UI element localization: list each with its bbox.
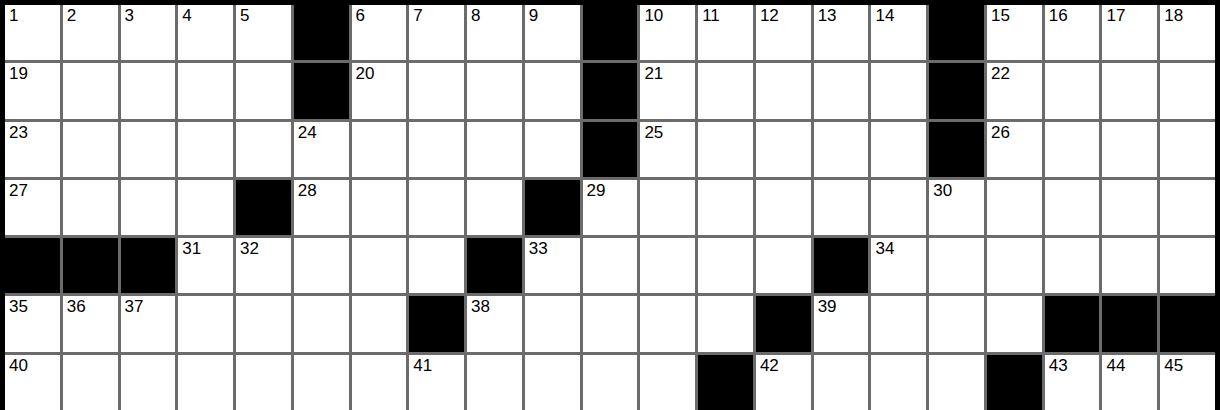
cell-r4c19[interactable] bbox=[1045, 180, 1100, 235]
clue-number-21: 21 bbox=[644, 65, 663, 84]
cell-r3c21[interactable] bbox=[1160, 122, 1215, 177]
cell-r1c7[interactable]: 6 bbox=[352, 5, 407, 60]
black-cell-r4c10 bbox=[525, 180, 580, 235]
cell-r1c9[interactable]: 8 bbox=[467, 5, 522, 60]
black-cell-r2c6 bbox=[294, 63, 349, 118]
black-cell-r6c21 bbox=[1160, 296, 1215, 351]
clue-number-8: 8 bbox=[471, 7, 480, 26]
cell-r5c12[interactable] bbox=[640, 238, 695, 293]
clue-number-30: 30 bbox=[933, 182, 952, 201]
black-cell-r3c17 bbox=[929, 122, 984, 177]
cell-r4c3[interactable] bbox=[121, 180, 176, 235]
black-cell-r6c8 bbox=[409, 296, 464, 351]
cell-r2c16[interactable] bbox=[871, 63, 926, 118]
clue-number-38: 38 bbox=[471, 298, 490, 317]
black-cell-r2c11 bbox=[583, 63, 638, 118]
cell-r2c18[interactable]: 22 bbox=[987, 63, 1042, 118]
clue-number-29: 29 bbox=[587, 182, 606, 201]
cell-r6c11[interactable] bbox=[583, 296, 638, 351]
clue-number-11: 11 bbox=[702, 7, 720, 26]
cell-r3c13[interactable] bbox=[698, 122, 753, 177]
cell-r6c2[interactable]: 36 bbox=[63, 296, 118, 351]
cell-r3c16[interactable] bbox=[871, 122, 926, 177]
cell-r3c15[interactable] bbox=[814, 122, 869, 177]
cell-r7c14[interactable]: 42 bbox=[756, 355, 811, 410]
cell-r2c4[interactable] bbox=[178, 63, 233, 118]
clue-number-13: 13 bbox=[818, 7, 837, 26]
cell-r3c9[interactable] bbox=[467, 122, 522, 177]
clue-number-26: 26 bbox=[991, 124, 1010, 143]
black-cell-r5c9 bbox=[467, 238, 522, 293]
cell-r6c18[interactable] bbox=[987, 296, 1042, 351]
cell-r5c11[interactable] bbox=[583, 238, 638, 293]
clue-number-15: 15 bbox=[991, 7, 1010, 26]
clue-number-3: 3 bbox=[125, 7, 134, 26]
cell-r1c3[interactable]: 3 bbox=[121, 5, 176, 60]
cell-r7c10[interactable] bbox=[525, 355, 580, 410]
cell-r7c17[interactable] bbox=[929, 355, 984, 410]
cell-r7c1[interactable]: 40 bbox=[5, 355, 60, 410]
cell-r7c4[interactable] bbox=[178, 355, 233, 410]
cell-r3c10[interactable] bbox=[525, 122, 580, 177]
cell-r2c10[interactable] bbox=[525, 63, 580, 118]
cell-r4c13[interactable] bbox=[698, 180, 753, 235]
cell-r5c13[interactable] bbox=[698, 238, 753, 293]
clue-number-44: 44 bbox=[1106, 357, 1125, 376]
clue-number-42: 42 bbox=[760, 357, 779, 376]
cell-r1c1[interactable]: 1 bbox=[5, 5, 60, 60]
cell-r5c18[interactable] bbox=[987, 238, 1042, 293]
cell-r1c20[interactable]: 17 bbox=[1102, 5, 1157, 60]
cell-r5c19[interactable] bbox=[1045, 238, 1100, 293]
cell-r5c20[interactable] bbox=[1102, 238, 1157, 293]
cell-r6c5[interactable] bbox=[236, 296, 291, 351]
black-cell-r1c17 bbox=[929, 5, 984, 60]
cell-r5c21[interactable] bbox=[1160, 238, 1215, 293]
cell-r2c14[interactable] bbox=[756, 63, 811, 118]
cell-r4c14[interactable] bbox=[756, 180, 811, 235]
cell-r4c1[interactable]: 27 bbox=[5, 180, 60, 235]
black-cell-r2c17 bbox=[929, 63, 984, 118]
clue-number-37: 37 bbox=[125, 298, 144, 317]
clue-number-25: 25 bbox=[644, 124, 663, 143]
clue-number-35: 35 bbox=[9, 298, 28, 317]
cell-r7c19[interactable]: 43 bbox=[1045, 355, 1100, 410]
cell-r1c16[interactable]: 14 bbox=[871, 5, 926, 60]
cell-r7c11[interactable] bbox=[583, 355, 638, 410]
crossword-board-frame: 1234567891011121314151617181920212223242… bbox=[0, 0, 1220, 410]
cell-r2c3[interactable] bbox=[121, 63, 176, 118]
cell-r1c18[interactable]: 15 bbox=[987, 5, 1042, 60]
cell-r4c2[interactable] bbox=[63, 180, 118, 235]
cell-r2c8[interactable] bbox=[409, 63, 464, 118]
cell-r6c17[interactable] bbox=[929, 296, 984, 351]
cell-r6c15[interactable]: 39 bbox=[814, 296, 869, 351]
cell-r7c21[interactable]: 45 bbox=[1160, 355, 1215, 410]
cell-r5c10[interactable]: 33 bbox=[525, 238, 580, 293]
cell-r7c6[interactable] bbox=[294, 355, 349, 410]
crossword-board: 1234567891011121314151617181920212223242… bbox=[5, 5, 1215, 410]
cell-r5c4[interactable]: 31 bbox=[178, 238, 233, 293]
cell-r1c12[interactable]: 10 bbox=[640, 5, 695, 60]
clue-number-18: 18 bbox=[1164, 7, 1183, 26]
cell-r7c7[interactable] bbox=[352, 355, 407, 410]
cell-r6c16[interactable] bbox=[871, 296, 926, 351]
clue-number-7: 7 bbox=[413, 7, 422, 26]
clue-number-10: 10 bbox=[644, 7, 663, 26]
cell-r7c8[interactable]: 41 bbox=[409, 355, 464, 410]
cell-r4c6[interactable]: 28 bbox=[294, 180, 349, 235]
cell-r1c4[interactable]: 4 bbox=[178, 5, 233, 60]
cell-r2c15[interactable] bbox=[814, 63, 869, 118]
cell-r1c14[interactable]: 12 bbox=[756, 5, 811, 60]
clue-number-24: 24 bbox=[298, 124, 317, 143]
clue-number-4: 4 bbox=[182, 7, 191, 26]
cell-r3c5[interactable] bbox=[236, 122, 291, 177]
cell-r2c21[interactable] bbox=[1160, 63, 1215, 118]
cell-r4c17[interactable]: 30 bbox=[929, 180, 984, 235]
cell-r4c4[interactable] bbox=[178, 180, 233, 235]
cell-r6c6[interactable] bbox=[294, 296, 349, 351]
cell-r6c13[interactable] bbox=[698, 296, 753, 351]
clue-number-31: 31 bbox=[182, 240, 201, 259]
clue-number-14: 14 bbox=[875, 7, 894, 26]
black-cell-r4c5 bbox=[236, 180, 291, 235]
cell-r5c5[interactable]: 32 bbox=[236, 238, 291, 293]
black-cell-r5c2 bbox=[63, 238, 118, 293]
clue-number-9: 9 bbox=[529, 7, 538, 26]
cell-r2c7[interactable]: 20 bbox=[352, 63, 407, 118]
clue-number-27: 27 bbox=[9, 182, 28, 201]
cell-r1c5[interactable]: 5 bbox=[236, 5, 291, 60]
cell-r3c14[interactable] bbox=[756, 122, 811, 177]
clue-number-23: 23 bbox=[9, 124, 28, 143]
cell-r1c10[interactable]: 9 bbox=[525, 5, 580, 60]
cell-r3c20[interactable] bbox=[1102, 122, 1157, 177]
black-cell-r1c11 bbox=[583, 5, 638, 60]
cell-r6c1[interactable]: 35 bbox=[5, 296, 60, 351]
cell-r5c7[interactable] bbox=[352, 238, 407, 293]
black-cell-r7c13 bbox=[698, 355, 753, 410]
cell-r6c7[interactable] bbox=[352, 296, 407, 351]
cell-r1c2[interactable]: 2 bbox=[63, 5, 118, 60]
cell-r6c9[interactable]: 38 bbox=[467, 296, 522, 351]
clue-number-33: 33 bbox=[529, 240, 548, 259]
cell-r4c9[interactable] bbox=[467, 180, 522, 235]
cell-r2c20[interactable] bbox=[1102, 63, 1157, 118]
cell-r5c8[interactable] bbox=[409, 238, 464, 293]
cell-r3c18[interactable]: 26 bbox=[987, 122, 1042, 177]
cell-r3c8[interactable] bbox=[409, 122, 464, 177]
cell-r7c5[interactable] bbox=[236, 355, 291, 410]
clue-number-6: 6 bbox=[356, 7, 365, 26]
cell-r5c17[interactable] bbox=[929, 238, 984, 293]
black-cell-r1c6 bbox=[294, 5, 349, 60]
cell-r2c9[interactable] bbox=[467, 63, 522, 118]
clue-number-22: 22 bbox=[991, 65, 1010, 84]
clue-number-20: 20 bbox=[356, 65, 375, 84]
cell-r2c2[interactable] bbox=[63, 63, 118, 118]
cell-r7c16[interactable] bbox=[871, 355, 926, 410]
black-cell-r5c15 bbox=[814, 238, 869, 293]
clue-number-1: 1 bbox=[9, 7, 18, 26]
cell-r5c16[interactable]: 34 bbox=[871, 238, 926, 293]
cell-r4c21[interactable] bbox=[1160, 180, 1215, 235]
black-cell-r6c14 bbox=[756, 296, 811, 351]
cell-r6c3[interactable]: 37 bbox=[121, 296, 176, 351]
cell-r4c8[interactable] bbox=[409, 180, 464, 235]
cell-r2c19[interactable] bbox=[1045, 63, 1100, 118]
cell-r6c12[interactable] bbox=[640, 296, 695, 351]
clue-number-17: 17 bbox=[1106, 7, 1125, 26]
cell-r4c18[interactable] bbox=[987, 180, 1042, 235]
cell-r1c19[interactable]: 16 bbox=[1045, 5, 1100, 60]
clue-number-41: 41 bbox=[413, 357, 432, 376]
clue-number-39: 39 bbox=[818, 298, 837, 317]
cell-r4c11[interactable]: 29 bbox=[583, 180, 638, 235]
cell-r2c1[interactable]: 19 bbox=[5, 63, 60, 118]
clue-number-12: 12 bbox=[760, 7, 779, 26]
cell-r7c2[interactable] bbox=[63, 355, 118, 410]
cell-r3c7[interactable] bbox=[352, 122, 407, 177]
cell-r2c12[interactable]: 21 bbox=[640, 63, 695, 118]
clue-number-5: 5 bbox=[240, 7, 249, 26]
cell-r7c12[interactable] bbox=[640, 355, 695, 410]
cell-r4c15[interactable] bbox=[814, 180, 869, 235]
cell-r7c3[interactable] bbox=[121, 355, 176, 410]
clue-number-40: 40 bbox=[9, 357, 28, 376]
clue-number-32: 32 bbox=[240, 240, 259, 259]
cell-r5c6[interactable] bbox=[294, 238, 349, 293]
clue-number-28: 28 bbox=[298, 182, 317, 201]
cell-r7c20[interactable]: 44 bbox=[1102, 355, 1157, 410]
cell-r4c7[interactable] bbox=[352, 180, 407, 235]
black-cell-r5c3 bbox=[121, 238, 176, 293]
black-cell-r6c19 bbox=[1045, 296, 1100, 351]
cell-r5c14[interactable] bbox=[756, 238, 811, 293]
cell-r1c8[interactable]: 7 bbox=[409, 5, 464, 60]
cell-r7c9[interactable] bbox=[467, 355, 522, 410]
clue-number-34: 34 bbox=[875, 240, 894, 259]
cell-r3c2[interactable] bbox=[63, 122, 118, 177]
cell-r2c13[interactable] bbox=[698, 63, 753, 118]
cell-r6c10[interactable] bbox=[525, 296, 580, 351]
clue-number-16: 16 bbox=[1049, 7, 1068, 26]
cell-r3c12[interactable]: 25 bbox=[640, 122, 695, 177]
clue-number-19: 19 bbox=[9, 65, 28, 84]
cell-r1c13[interactable]: 11 bbox=[698, 5, 753, 60]
clue-number-43: 43 bbox=[1049, 357, 1068, 376]
black-cell-r5c1 bbox=[5, 238, 60, 293]
clue-number-36: 36 bbox=[67, 298, 86, 317]
clue-number-2: 2 bbox=[67, 7, 76, 26]
cell-r4c12[interactable] bbox=[640, 180, 695, 235]
black-cell-r3c11 bbox=[583, 122, 638, 177]
cell-r2c5[interactable] bbox=[236, 63, 291, 118]
clue-number-45: 45 bbox=[1164, 357, 1183, 376]
cell-r3c3[interactable] bbox=[121, 122, 176, 177]
cell-r6c4[interactable] bbox=[178, 296, 233, 351]
cell-r4c16[interactable] bbox=[871, 180, 926, 235]
black-cell-r7c18 bbox=[987, 355, 1042, 410]
black-cell-r6c20 bbox=[1102, 296, 1157, 351]
cell-r3c1[interactable]: 23 bbox=[5, 122, 60, 177]
cell-r1c21[interactable]: 18 bbox=[1160, 5, 1215, 60]
cell-r3c6[interactable]: 24 bbox=[294, 122, 349, 177]
cell-r3c19[interactable] bbox=[1045, 122, 1100, 177]
cell-r1c15[interactable]: 13 bbox=[814, 5, 869, 60]
cell-r7c15[interactable] bbox=[814, 355, 869, 410]
cell-r4c20[interactable] bbox=[1102, 180, 1157, 235]
cell-r3c4[interactable] bbox=[178, 122, 233, 177]
